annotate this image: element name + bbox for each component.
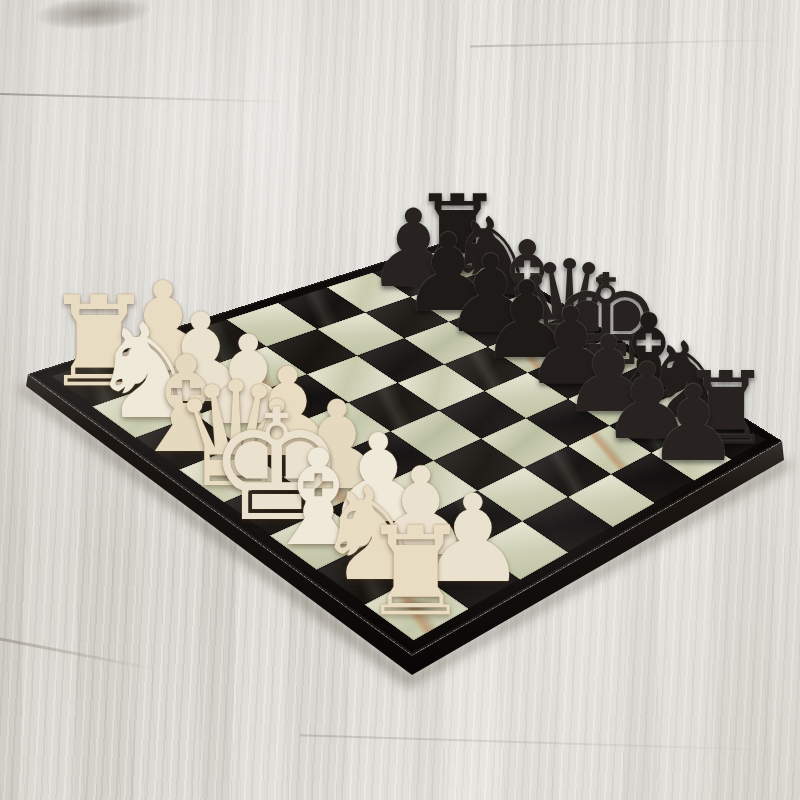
scene: ♜♟♞♟♝♟♛♟♚♟♟♜♝♟♟♞♞♟♟♜♝♟♟♛♟♚♟♝♟♞♟♜ — [0, 0, 800, 800]
